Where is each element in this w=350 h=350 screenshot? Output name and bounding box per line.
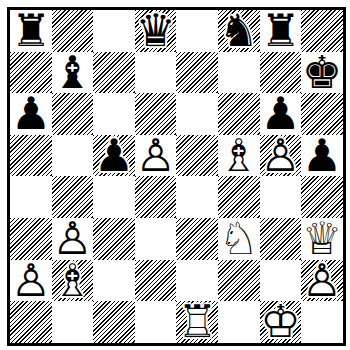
square-e6 bbox=[176, 93, 218, 135]
piece-halo: ♝ bbox=[52, 260, 94, 302]
square-c3 bbox=[93, 218, 135, 260]
piece-halo: ♟ bbox=[301, 135, 343, 177]
piece-halo: ♟ bbox=[135, 135, 177, 177]
piece-black-rook-a8: ♜ bbox=[10, 10, 52, 52]
square-a7 bbox=[10, 52, 52, 94]
square-b2: ♝♗ bbox=[52, 260, 94, 302]
square-f3: ♞♘ bbox=[218, 218, 260, 260]
piece-white-pawn-b3: ♙ bbox=[52, 218, 94, 260]
square-g8: ♜♜ bbox=[260, 10, 302, 52]
piece-white-bishop-b2: ♗ bbox=[52, 260, 94, 302]
piece-black-knight-f8: ♞ bbox=[218, 10, 260, 52]
piece-halo: ♚ bbox=[260, 301, 302, 343]
square-a6: ♟♟ bbox=[10, 93, 52, 135]
piece-black-queen-d8: ♛ bbox=[135, 10, 177, 52]
square-a2: ♟♙ bbox=[10, 260, 52, 302]
square-f4 bbox=[218, 176, 260, 218]
piece-white-pawn-g5: ♙ bbox=[260, 135, 302, 177]
square-e8 bbox=[176, 10, 218, 52]
piece-halo: ♝ bbox=[218, 135, 260, 177]
piece-halo: ♜ bbox=[260, 10, 302, 52]
piece-white-queen-h3: ♕ bbox=[301, 218, 343, 260]
square-c4 bbox=[93, 176, 135, 218]
square-e3 bbox=[176, 218, 218, 260]
square-c8 bbox=[93, 10, 135, 52]
piece-halo: ♟ bbox=[301, 260, 343, 302]
square-g6: ♟♟ bbox=[260, 93, 302, 135]
square-a1 bbox=[10, 301, 52, 343]
square-b6 bbox=[52, 93, 94, 135]
square-h2: ♟♙ bbox=[301, 260, 343, 302]
square-c1 bbox=[93, 301, 135, 343]
piece-black-pawn-c5: ♟ bbox=[93, 135, 135, 177]
square-b5 bbox=[52, 135, 94, 177]
piece-white-bishop-f5: ♗ bbox=[218, 135, 260, 177]
square-f2 bbox=[218, 260, 260, 302]
square-b7: ♝♝ bbox=[52, 52, 94, 94]
square-g1: ♚♔ bbox=[260, 301, 302, 343]
square-e5 bbox=[176, 135, 218, 177]
piece-halo: ♟ bbox=[260, 135, 302, 177]
square-g4 bbox=[260, 176, 302, 218]
piece-halo: ♟ bbox=[52, 218, 94, 260]
square-c2 bbox=[93, 260, 135, 302]
piece-halo: ♜ bbox=[10, 10, 52, 52]
piece-black-pawn-a6: ♟ bbox=[10, 93, 52, 135]
piece-white-king-g1: ♔ bbox=[260, 301, 302, 343]
square-h4 bbox=[301, 176, 343, 218]
piece-white-pawn-d5: ♙ bbox=[135, 135, 177, 177]
piece-halo: ♟ bbox=[93, 135, 135, 177]
square-b3: ♟♙ bbox=[52, 218, 94, 260]
square-f1 bbox=[218, 301, 260, 343]
piece-halo: ♝ bbox=[52, 52, 94, 94]
square-d2 bbox=[135, 260, 177, 302]
square-h5: ♟♟ bbox=[301, 135, 343, 177]
piece-black-pawn-h5: ♟ bbox=[301, 135, 343, 177]
square-d3 bbox=[135, 218, 177, 260]
chess-board: ♜♜♛♛♞♞♜♜♝♝♚♚♟♟♟♟♟♟♟♙♝♗♟♙♟♟♟♙♞♘♛♕♟♙♝♗♟♙♜♖… bbox=[7, 7, 346, 346]
square-h1 bbox=[301, 301, 343, 343]
piece-halo: ♚ bbox=[301, 52, 343, 94]
piece-halo: ♟ bbox=[260, 93, 302, 135]
square-g7 bbox=[260, 52, 302, 94]
square-e1: ♜♖ bbox=[176, 301, 218, 343]
square-d4 bbox=[135, 176, 177, 218]
square-e7 bbox=[176, 52, 218, 94]
piece-white-pawn-a2: ♙ bbox=[10, 260, 52, 302]
piece-halo: ♟ bbox=[10, 93, 52, 135]
piece-halo: ♛ bbox=[301, 218, 343, 260]
piece-black-king-h7: ♚ bbox=[301, 52, 343, 94]
square-f6 bbox=[218, 93, 260, 135]
square-f7 bbox=[218, 52, 260, 94]
square-b4 bbox=[52, 176, 94, 218]
piece-halo: ♜ bbox=[176, 301, 218, 343]
square-d1 bbox=[135, 301, 177, 343]
square-a8: ♜♜ bbox=[10, 10, 52, 52]
square-h3: ♛♕ bbox=[301, 218, 343, 260]
piece-halo: ♟ bbox=[10, 260, 52, 302]
square-h8 bbox=[301, 10, 343, 52]
square-d7 bbox=[135, 52, 177, 94]
square-c7 bbox=[93, 52, 135, 94]
square-f5: ♝♗ bbox=[218, 135, 260, 177]
piece-black-bishop-b7: ♝ bbox=[52, 52, 94, 94]
square-h6 bbox=[301, 93, 343, 135]
square-d6 bbox=[135, 93, 177, 135]
square-g2 bbox=[260, 260, 302, 302]
square-e2 bbox=[176, 260, 218, 302]
piece-white-knight-f3: ♘ bbox=[218, 218, 260, 260]
square-a4 bbox=[10, 176, 52, 218]
piece-halo: ♛ bbox=[135, 10, 177, 52]
piece-halo: ♞ bbox=[218, 10, 260, 52]
square-a5 bbox=[10, 135, 52, 177]
piece-black-pawn-g6: ♟ bbox=[260, 93, 302, 135]
piece-black-rook-g8: ♜ bbox=[260, 10, 302, 52]
square-d5: ♟♙ bbox=[135, 135, 177, 177]
square-d8: ♛♛ bbox=[135, 10, 177, 52]
square-b1 bbox=[52, 301, 94, 343]
square-a3 bbox=[10, 218, 52, 260]
square-e4 bbox=[176, 176, 218, 218]
square-f8: ♞♞ bbox=[218, 10, 260, 52]
square-g3 bbox=[260, 218, 302, 260]
square-h7: ♚♚ bbox=[301, 52, 343, 94]
square-c6 bbox=[93, 93, 135, 135]
piece-halo: ♞ bbox=[218, 218, 260, 260]
square-c5: ♟♟ bbox=[93, 135, 135, 177]
piece-white-rook-e1: ♖ bbox=[176, 301, 218, 343]
square-g5: ♟♙ bbox=[260, 135, 302, 177]
piece-white-pawn-h2: ♙ bbox=[301, 260, 343, 302]
square-b8 bbox=[52, 10, 94, 52]
